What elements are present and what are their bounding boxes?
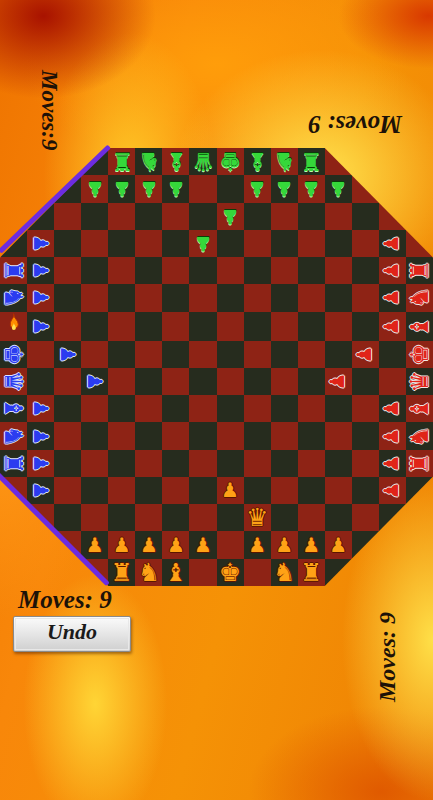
blue-knight: ♞ [0, 287, 27, 309]
board-cell-12-2[interactable] [54, 477, 81, 504]
board-cell-15-9[interactable] [244, 559, 271, 586]
board-cell-4-0[interactable]: ♜ [0, 257, 27, 284]
board-cell-3-14[interactable]: ♟ [379, 230, 406, 257]
board-cell-4-9[interactable] [244, 257, 271, 284]
board-cell-1-5[interactable]: ♟ [135, 175, 162, 202]
board-cell-9-15[interactable]: ♝ [406, 395, 433, 422]
board-cell-9-1[interactable]: ♟ [27, 395, 54, 422]
board-cell-4-13[interactable] [352, 257, 379, 284]
red-bishop: ♝ [406, 315, 433, 337]
blue-pawn: ♟ [27, 454, 54, 472]
board-cell-11-13[interactable] [352, 450, 379, 477]
board-cell-8-9[interactable] [244, 368, 271, 395]
board-cell-11-14[interactable]: ♟ [379, 450, 406, 477]
board-cell-6-14[interactable]: ♟ [379, 312, 406, 341]
yellow-pawn: ♟ [86, 532, 104, 559]
board-cell-9-9[interactable] [244, 395, 271, 422]
board-cell-13-2[interactable] [54, 504, 81, 531]
board-cell-13-10[interactable] [271, 504, 298, 531]
board-cell-3-9[interactable] [244, 230, 271, 257]
moves-label-blue: Moves:9 [36, 70, 62, 200]
board-cell-1-13[interactable] [352, 175, 379, 202]
board-cell-5-1[interactable]: ♟ [27, 284, 54, 311]
board-cell-13-11[interactable] [298, 504, 325, 531]
board-cell-7-11[interactable] [298, 341, 325, 368]
board-cell-9-8[interactable] [217, 395, 244, 422]
board-cell-3-12[interactable] [325, 230, 352, 257]
board-cell-13-14[interactable] [379, 504, 406, 531]
board-cell-0-15[interactable] [406, 148, 433, 175]
red-rook: ♜ [406, 452, 433, 474]
board-cell-6-3[interactable] [81, 312, 108, 341]
board-cell-1-8[interactable] [217, 175, 244, 202]
board-cell-13-4[interactable] [108, 504, 135, 531]
board-cell-8-1[interactable] [27, 368, 54, 395]
board-cell-2-8[interactable]: ♟ [217, 203, 244, 230]
board-cell-13-6[interactable] [162, 504, 189, 531]
board-cell-10-14[interactable]: ♟ [379, 422, 406, 449]
board-cell-6-9[interactable] [244, 312, 271, 341]
green-pawn: ♟ [275, 175, 293, 202]
blue-rook: ♜ [0, 259, 27, 281]
board-cell-11-0[interactable]: ♜ [0, 450, 27, 477]
board-cell-2-10[interactable] [271, 203, 298, 230]
board-cell-5-5[interactable] [135, 284, 162, 311]
board-cell-10-5[interactable] [135, 422, 162, 449]
board-cell-11-2[interactable] [54, 450, 81, 477]
board-cell-15-0[interactable] [0, 559, 27, 586]
board-cell-7-12[interactable] [325, 341, 352, 368]
board-cell-10-2[interactable] [54, 422, 81, 449]
green-knight: ♞ [138, 148, 160, 175]
yellow-queen: ♛ [246, 504, 268, 531]
board-cell-12-13[interactable] [352, 477, 379, 504]
red-pawn: ♟ [379, 482, 406, 500]
board-cell-8-2[interactable] [54, 368, 81, 395]
board-cell-5-6[interactable] [162, 284, 189, 311]
board-cell-11-15[interactable]: ♜ [406, 450, 433, 477]
board-cell-7-0[interactable]: ♚ [0, 341, 27, 368]
board-cell-4-7[interactable] [189, 257, 216, 284]
board-cell-14-15[interactable] [406, 531, 433, 558]
board-cell-15-8[interactable]: ♚ [217, 559, 244, 586]
board-cell-9-7[interactable] [189, 395, 216, 422]
board-cell-5-7[interactable] [189, 284, 216, 311]
board-cell-2-15[interactable] [406, 203, 433, 230]
red-pawn: ♟ [325, 373, 352, 391]
yellow-knight: ♞ [138, 559, 160, 586]
board-cell-11-11[interactable] [298, 450, 325, 477]
board-cell-1-15[interactable] [406, 175, 433, 202]
board-cell-12-7[interactable] [189, 477, 216, 504]
board-cell-4-1[interactable]: ♟ [27, 257, 54, 284]
board-cell-6-11[interactable] [298, 312, 325, 341]
green-queen: ♛ [192, 148, 214, 175]
board-cell-3-3[interactable] [81, 230, 108, 257]
green-bishop: ♝ [246, 148, 268, 175]
board-cell-1-7[interactable] [189, 175, 216, 202]
board-cell-7-2[interactable]: ♟ [54, 341, 81, 368]
board-cell-2-11[interactable] [298, 203, 325, 230]
blue-queen: ♛ [0, 370, 27, 392]
board-cell-10-8[interactable] [217, 422, 244, 449]
board-cell-8-8[interactable] [217, 368, 244, 395]
board-cell-14-10[interactable]: ♟ [271, 531, 298, 558]
green-pawn: ♟ [329, 175, 347, 202]
blue-pawn: ♟ [27, 234, 54, 252]
green-pawn: ♟ [86, 175, 104, 202]
blue-pawn: ♟ [27, 400, 54, 418]
board-cell-1-9[interactable]: ♟ [244, 175, 271, 202]
board-cell-6-13[interactable] [352, 312, 379, 341]
board-cell-6-1[interactable]: ♟ [27, 312, 54, 341]
board-cell-9-14[interactable]: ♟ [379, 395, 406, 422]
yellow-pawn: ♟ [194, 532, 212, 559]
board-cell-15-7[interactable] [189, 559, 216, 586]
board-cell-14-8[interactable] [217, 531, 244, 558]
red-pawn: ♟ [352, 345, 379, 363]
board-cell-9-4[interactable] [108, 395, 135, 422]
board-cell-5-15[interactable]: ♞ [406, 284, 433, 311]
red-bishop: ♝ [406, 398, 433, 420]
board-cell-4-11[interactable] [298, 257, 325, 284]
board-cell-7-7[interactable] [189, 341, 216, 368]
board-cell-5-2[interactable] [54, 284, 81, 311]
board-cell-13-5[interactable] [135, 504, 162, 531]
board-cell-9-3[interactable] [81, 395, 108, 422]
board-cell-8-3[interactable]: ♟ [81, 368, 108, 395]
board-cell-1-4[interactable]: ♟ [108, 175, 135, 202]
board-cell-8-7[interactable] [189, 368, 216, 395]
board-cell-6-12[interactable] [325, 312, 352, 341]
moves-label-yellow: Moves: 9 [18, 586, 112, 614]
board-cell-0-9[interactable]: ♝ [244, 148, 271, 175]
board-cell-12-12[interactable] [325, 477, 352, 504]
board-cell-9-11[interactable] [298, 395, 325, 422]
board-cell-10-7[interactable] [189, 422, 216, 449]
board-cell-5-8[interactable] [217, 284, 244, 311]
board-cell-2-7[interactable] [189, 203, 216, 230]
board-cell-2-13[interactable] [352, 203, 379, 230]
board-cell-5-10[interactable] [271, 284, 298, 311]
board-cell-13-7[interactable] [189, 504, 216, 531]
board-cell-2-5[interactable] [135, 203, 162, 230]
yellow-rook: ♜ [111, 559, 133, 586]
green-pawn: ♟ [167, 175, 185, 202]
board-cell-8-14[interactable] [379, 368, 406, 395]
board-cell-11-1[interactable]: ♟ [27, 450, 54, 477]
board-cell-7-5[interactable] [135, 341, 162, 368]
board-cell-7-9[interactable] [244, 341, 271, 368]
board-cell-8-5[interactable] [135, 368, 162, 395]
board-cell-4-2[interactable] [54, 257, 81, 284]
board-cell-4-10[interactable] [271, 257, 298, 284]
board-cell-0-14[interactable] [379, 148, 406, 175]
board-cell-12-4[interactable] [108, 477, 135, 504]
board-cell-13-0[interactable] [0, 504, 27, 531]
board-cell-12-8[interactable]: ♟ [217, 477, 244, 504]
board-cell-8-15[interactable]: ♛ [406, 368, 433, 395]
board-cell-11-12[interactable] [325, 450, 352, 477]
board-cell-14-7[interactable]: ♟ [189, 531, 216, 558]
board-cell-6-4[interactable] [108, 312, 135, 341]
board-cell-14-1[interactable] [27, 531, 54, 558]
board-cell-3-6[interactable] [162, 230, 189, 257]
board-cell-9-10[interactable] [271, 395, 298, 422]
board-cell-0-4[interactable]: ♜ [108, 148, 135, 175]
board-cell-10-15[interactable]: ♞ [406, 422, 433, 449]
board-cell-5-0[interactable]: ♞ [0, 284, 27, 311]
board-cell-7-8[interactable] [217, 341, 244, 368]
board-cell-7-1[interactable] [27, 341, 54, 368]
board-cell-2-6[interactable] [162, 203, 189, 230]
board-cell-8-11[interactable] [298, 368, 325, 395]
board-cell-14-11[interactable]: ♟ [298, 531, 325, 558]
board-cell-6-7[interactable] [189, 312, 216, 341]
board-cell-5-11[interactable] [298, 284, 325, 311]
board-cell-3-7[interactable]: ♟ [189, 230, 216, 257]
board-cell-11-6[interactable] [162, 450, 189, 477]
board-cell-1-0[interactable] [0, 175, 27, 202]
green-rook: ♜ [300, 148, 322, 175]
board-cell-15-10[interactable]: ♞ [271, 559, 298, 586]
board-cell-15-5[interactable]: ♞ [135, 559, 162, 586]
red-pawn: ♟ [379, 400, 406, 418]
board-cell-1-14[interactable] [379, 175, 406, 202]
red-knight: ♞ [406, 287, 433, 309]
board-cell-7-10[interactable] [271, 341, 298, 368]
board-cell-8-13[interactable] [352, 368, 379, 395]
board-cell-0-7[interactable]: ♛ [189, 148, 216, 175]
board-cell-7-15[interactable]: ♚ [406, 341, 433, 368]
board-cell-3-5[interactable] [135, 230, 162, 257]
board-cell-10-11[interactable] [298, 422, 325, 449]
board-cell-14-6[interactable]: ♟ [162, 531, 189, 558]
board-cell-3-1[interactable]: ♟ [27, 230, 54, 257]
board-cell-2-9[interactable] [244, 203, 271, 230]
board-cell-8-4[interactable] [108, 368, 135, 395]
board-cell-12-3[interactable] [81, 477, 108, 504]
board-cell-7-6[interactable] [162, 341, 189, 368]
board-cell-4-4[interactable] [108, 257, 135, 284]
board-cell-11-3[interactable] [81, 450, 108, 477]
board-cell-3-11[interactable] [298, 230, 325, 257]
yellow-pawn: ♟ [302, 532, 320, 559]
board-cell-0-0[interactable] [0, 148, 27, 175]
board-cell-6-8[interactable] [217, 312, 244, 341]
board-cell-10-10[interactable] [271, 422, 298, 449]
board-cell-11-4[interactable] [108, 450, 135, 477]
board-cell-10-12[interactable] [325, 422, 352, 449]
board-cell-14-4[interactable]: ♟ [108, 531, 135, 558]
board-cell-11-5[interactable] [135, 450, 162, 477]
board-cell-7-3[interactable] [81, 341, 108, 368]
board-cell-14-9[interactable]: ♟ [244, 531, 271, 558]
undo-button[interactable]: Undo [13, 616, 131, 652]
green-pawn: ♟ [194, 230, 212, 257]
board-cell-4-14[interactable]: ♟ [379, 257, 406, 284]
green-pawn: ♟ [221, 203, 239, 230]
board-cell-4-5[interactable] [135, 257, 162, 284]
red-king: ♚ [406, 343, 433, 365]
board-cell-0-5[interactable]: ♞ [135, 148, 162, 175]
blue-bishop: ♝ [0, 398, 27, 420]
board-cell-1-12[interactable]: ♟ [325, 175, 352, 202]
board-cell-12-9[interactable] [244, 477, 271, 504]
board-cell-0-6[interactable]: ♝ [162, 148, 189, 175]
board-cell-13-13[interactable] [352, 504, 379, 531]
board-cell-12-5[interactable] [135, 477, 162, 504]
board-cell-15-4[interactable]: ♜ [108, 559, 135, 586]
board-cell-3-4[interactable] [108, 230, 135, 257]
board-cell-10-9[interactable] [244, 422, 271, 449]
blue-knight: ♞ [0, 425, 27, 447]
board-cell-12-15[interactable] [406, 477, 433, 504]
board-cell-11-8[interactable] [217, 450, 244, 477]
board-cell-7-14[interactable] [379, 341, 406, 368]
board-cell-13-12[interactable] [325, 504, 352, 531]
board-cell-1-3[interactable]: ♟ [81, 175, 108, 202]
blue-pawn: ♟ [27, 482, 54, 500]
board-cell-4-8[interactable] [217, 257, 244, 284]
board-cell-13-8[interactable] [217, 504, 244, 531]
board-cell-3-8[interactable] [217, 230, 244, 257]
board-cell-1-10[interactable]: ♟ [271, 175, 298, 202]
board-cell-1-11[interactable]: ♟ [298, 175, 325, 202]
board-cell-0-13[interactable] [352, 148, 379, 175]
red-pawn: ♟ [379, 262, 406, 280]
green-bishop: ♝ [165, 148, 187, 175]
blue-pawn: ♟ [81, 373, 108, 391]
board-cell-9-6[interactable] [162, 395, 189, 422]
board-cell-9-12[interactable] [325, 395, 352, 422]
board-cell-8-0[interactable]: ♛ [0, 368, 27, 395]
yellow-pawn: ♟ [140, 532, 158, 559]
board-cell-5-9[interactable] [244, 284, 271, 311]
board-cell-15-2[interactable] [54, 559, 81, 586]
board-cell-9-0[interactable]: ♝ [0, 395, 27, 422]
red-pawn: ♟ [379, 427, 406, 445]
board-cell-6-0[interactable] [0, 312, 27, 341]
board-cell-10-1[interactable]: ♟ [27, 422, 54, 449]
board-cell-10-3[interactable] [81, 422, 108, 449]
board-cell-0-12[interactable] [325, 148, 352, 175]
board-cell-10-4[interactable] [108, 422, 135, 449]
board-cell-12-10[interactable] [271, 477, 298, 504]
board-cell-7-4[interactable] [108, 341, 135, 368]
board-cell-14-0[interactable] [0, 531, 27, 558]
board-cell-5-4[interactable] [108, 284, 135, 311]
board-cell-12-14[interactable]: ♟ [379, 477, 406, 504]
board-cell-9-5[interactable] [135, 395, 162, 422]
board-cell-13-9[interactable]: ♛ [244, 504, 271, 531]
board-cell-0-11[interactable]: ♜ [298, 148, 325, 175]
board-cell-4-3[interactable] [81, 257, 108, 284]
board-cell-15-12[interactable] [325, 559, 352, 586]
board-cell-2-3[interactable] [81, 203, 108, 230]
red-pawn: ♟ [379, 234, 406, 252]
board-cell-14-13[interactable] [352, 531, 379, 558]
board-cell-6-6[interactable] [162, 312, 189, 341]
board-cell-3-13[interactable] [352, 230, 379, 257]
board-cell-6-2[interactable] [54, 312, 81, 341]
board-cell-13-15[interactable] [406, 504, 433, 531]
blue-rook: ♜ [0, 452, 27, 474]
board-cell-2-4[interactable] [108, 203, 135, 230]
board-cell-14-14[interactable] [379, 531, 406, 558]
board-cell-15-1[interactable] [27, 559, 54, 586]
green-pawn: ♟ [140, 175, 158, 202]
chess-board: ♜♞♝♛♚♝♞♜♟♟♟♟♟♟♟♟♟♟♟♟♜♟♟♜♞♟♟♞♟♟♝♚♟♟♚♛♟♟♛♝… [0, 148, 433, 586]
board-cell-3-15[interactable] [406, 230, 433, 257]
board-cell-12-1[interactable]: ♟ [27, 477, 54, 504]
board-cell-2-2[interactable] [54, 203, 81, 230]
board-cell-4-15[interactable]: ♜ [406, 257, 433, 284]
board-cell-5-3[interactable] [81, 284, 108, 311]
board-cell-2-14[interactable] [379, 203, 406, 230]
yellow-king: ♚ [219, 559, 241, 586]
board-cell-10-6[interactable] [162, 422, 189, 449]
board-cell-14-5[interactable]: ♟ [135, 531, 162, 558]
board-cell-15-6[interactable]: ♝ [162, 559, 189, 586]
board-cell-11-7[interactable] [189, 450, 216, 477]
board-cell-9-13[interactable] [352, 395, 379, 422]
green-rook: ♜ [111, 148, 133, 175]
board-cell-8-12[interactable]: ♟ [325, 368, 352, 395]
green-pawn: ♟ [302, 175, 320, 202]
board-cell-6-10[interactable] [271, 312, 298, 341]
board-cell-15-11[interactable]: ♜ [298, 559, 325, 586]
board-cell-15-15[interactable] [406, 559, 433, 586]
blue-king: ♚ [0, 343, 27, 365]
board-cell-12-11[interactable] [298, 477, 325, 504]
board-cell-3-2[interactable] [54, 230, 81, 257]
board-cell-14-3[interactable]: ♟ [81, 531, 108, 558]
board-cell-5-12[interactable] [325, 284, 352, 311]
board-cell-10-0[interactable]: ♞ [0, 422, 27, 449]
board-cell-8-10[interactable] [271, 368, 298, 395]
green-pawn: ♟ [248, 175, 266, 202]
board-cell-11-10[interactable] [271, 450, 298, 477]
board-cell-5-14[interactable]: ♟ [379, 284, 406, 311]
board-cell-5-13[interactable] [352, 284, 379, 311]
board-cell-12-6[interactable] [162, 477, 189, 504]
yellow-pawn: ♟ [167, 532, 185, 559]
board-cell-6-15[interactable]: ♝ [406, 312, 433, 341]
board-cell-13-3[interactable] [81, 504, 108, 531]
yellow-bishop: ♝ [165, 559, 187, 586]
yellow-pawn: ♟ [221, 477, 239, 504]
board-cell-14-12[interactable]: ♟ [325, 531, 352, 558]
board-cell-11-9[interactable] [244, 450, 271, 477]
board-cell-7-13[interactable]: ♟ [352, 341, 379, 368]
board-cell-3-10[interactable] [271, 230, 298, 257]
board-cell-0-10[interactable]: ♞ [271, 148, 298, 175]
board-cell-6-5[interactable] [135, 312, 162, 341]
board-cell-4-6[interactable] [162, 257, 189, 284]
board-cell-8-6[interactable] [162, 368, 189, 395]
board-cell-0-8[interactable]: ♚ [217, 148, 244, 175]
red-rook: ♜ [406, 259, 433, 281]
green-knight: ♞ [273, 148, 295, 175]
board-cell-9-2[interactable] [54, 395, 81, 422]
board-cell-1-6[interactable]: ♟ [162, 175, 189, 202]
board-cell-10-13[interactable] [352, 422, 379, 449]
board-cell-2-12[interactable] [325, 203, 352, 230]
board-cell-4-12[interactable] [325, 257, 352, 284]
yellow-pawn: ♟ [113, 532, 131, 559]
blue-pawn: ♟ [27, 317, 54, 335]
